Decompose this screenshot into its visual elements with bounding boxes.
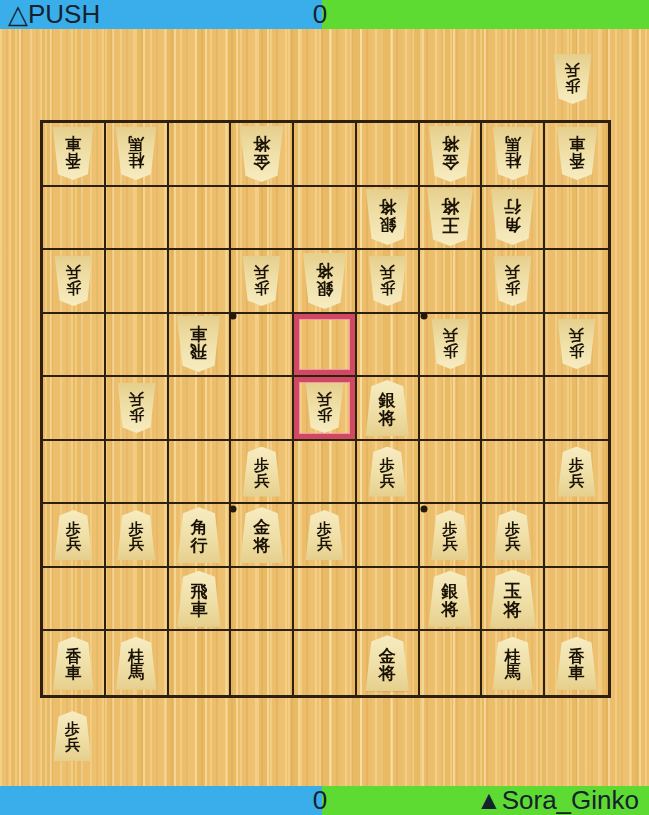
piece-sente-bishop[interactable]: 角行	[175, 507, 222, 563]
square-9i[interactable]: 香車	[43, 631, 106, 695]
piece-gote-silver[interactable]: 銀将	[364, 189, 411, 245]
square-5b[interactable]	[294, 187, 357, 251]
square-4b[interactable]: 銀将	[357, 187, 420, 251]
square-6d[interactable]	[231, 314, 294, 378]
square-4f[interactable]: 歩兵	[357, 441, 420, 505]
square-7a[interactable]	[169, 123, 232, 187]
star-point	[230, 313, 237, 320]
square-8c[interactable]	[106, 250, 169, 314]
piece-gote-gold[interactable]: 金将	[238, 126, 285, 182]
piece-sente-gold[interactable]: 金将	[238, 507, 285, 563]
piece-gote-pawn[interactable]: 歩兵	[492, 256, 533, 306]
square-4e[interactable]: 銀将	[357, 377, 420, 441]
square-4c[interactable]: 歩兵	[357, 250, 420, 314]
square-1a[interactable]: 香車	[545, 123, 608, 187]
square-5e[interactable]: 歩兵	[294, 377, 357, 441]
piece-gote-gold[interactable]: 金将	[427, 126, 474, 182]
square-2b[interactable]: 角行	[482, 187, 545, 251]
square-8h[interactable]	[106, 568, 169, 632]
square-5a[interactable]	[294, 123, 357, 187]
square-1i[interactable]: 香車	[545, 631, 608, 695]
square-1c[interactable]	[545, 250, 608, 314]
piece-sente-pawn[interactable]: 歩兵	[304, 510, 345, 560]
square-5c[interactable]: 銀将	[294, 250, 357, 314]
square-9g[interactable]: 歩兵	[43, 504, 106, 568]
piece-gote-knight[interactable]: 桂馬	[114, 127, 158, 180]
square-6g[interactable]: 金将	[231, 504, 294, 568]
square-4a[interactable]	[357, 123, 420, 187]
square-3e[interactable]	[420, 377, 483, 441]
piece-gote-lance[interactable]: 香車	[555, 127, 599, 180]
piece-gote-bishop[interactable]: 角行	[489, 189, 536, 245]
piece-sente-gold[interactable]: 金将	[364, 635, 411, 691]
square-2a[interactable]: 桂馬	[482, 123, 545, 187]
piece-sente-pawn[interactable]: 歩兵	[116, 510, 157, 560]
piece-gote-pawn[interactable]: 歩兵	[367, 256, 408, 306]
square-6a[interactable]: 金将	[231, 123, 294, 187]
gote-player-name: △PUSH	[8, 0, 100, 29]
piece-sente-lance[interactable]: 香車	[51, 637, 95, 690]
square-9c[interactable]: 歩兵	[43, 250, 106, 314]
square-9h[interactable]	[43, 568, 106, 632]
square-7i[interactable]	[169, 631, 232, 695]
square-3a[interactable]: 金将	[420, 123, 483, 187]
shogi-app: △PUSH 0 香車桂馬金将金将桂馬香車銀将王将角行歩兵歩兵銀将歩兵歩兵飛車歩兵…	[0, 0, 649, 815]
square-2d[interactable]	[482, 314, 545, 378]
square-4g[interactable]	[357, 504, 420, 568]
piece-gote-pawn[interactable]: 歩兵	[116, 383, 157, 433]
square-8e[interactable]: 歩兵	[106, 377, 169, 441]
star-point	[421, 506, 428, 513]
square-5g[interactable]: 歩兵	[294, 504, 357, 568]
square-6h[interactable]	[231, 568, 294, 632]
square-7e[interactable]	[169, 377, 232, 441]
square-6c[interactable]: 歩兵	[231, 250, 294, 314]
piece-gote-rook[interactable]: 飛車	[175, 316, 222, 372]
square-3c[interactable]	[420, 250, 483, 314]
square-4h[interactable]	[357, 568, 420, 632]
star-point	[230, 506, 237, 513]
square-7h[interactable]: 飛車	[169, 568, 232, 632]
square-8b[interactable]	[106, 187, 169, 251]
piece-sente-lance[interactable]: 香車	[555, 637, 599, 690]
square-9a[interactable]: 香車	[43, 123, 106, 187]
square-9f[interactable]	[43, 441, 106, 505]
square-6f[interactable]: 歩兵	[231, 441, 294, 505]
square-9e[interactable]	[43, 377, 106, 441]
square-2f[interactable]	[482, 441, 545, 505]
square-7f[interactable]	[169, 441, 232, 505]
piece-sente-silver[interactable]: 銀将	[427, 571, 474, 627]
sente-score-value: 0	[313, 786, 327, 815]
piece-sente-silver[interactable]: 銀将	[364, 380, 411, 436]
square-6i[interactable]	[231, 631, 294, 695]
square-5d[interactable]	[294, 314, 357, 378]
piece-sente-pawn[interactable]: 歩兵	[53, 510, 94, 560]
square-8g[interactable]: 歩兵	[106, 504, 169, 568]
square-1e[interactable]	[545, 377, 608, 441]
square-3h[interactable]: 銀将	[420, 568, 483, 632]
piece-gote-pawn[interactable]: 歩兵	[304, 383, 345, 433]
piece-sente-king[interactable]: 玉将	[488, 570, 538, 628]
square-1h[interactable]	[545, 568, 608, 632]
piece-sente-pawn[interactable]: 歩兵	[367, 447, 408, 497]
gote-bar-green-segment	[322, 0, 649, 29]
piece-sente-pawn[interactable]: 歩兵	[492, 510, 533, 560]
piece-sente-pawn[interactable]: 歩兵	[556, 447, 597, 497]
piece-sente-pawn[interactable]: 歩兵	[430, 510, 471, 560]
square-9d[interactable]	[43, 314, 106, 378]
square-6b[interactable]	[231, 187, 294, 251]
piece-gote-king[interactable]: 王将	[425, 188, 475, 246]
hand-piece-gote-pawn[interactable]: 歩兵	[552, 54, 593, 104]
piece-sente-knight[interactable]: 桂馬	[491, 637, 535, 690]
square-2h[interactable]: 玉将	[482, 568, 545, 632]
square-6e[interactable]	[231, 377, 294, 441]
square-2g[interactable]: 歩兵	[482, 504, 545, 568]
piece-sente-knight[interactable]: 桂馬	[114, 637, 158, 690]
piece-sente-rook[interactable]: 飛車	[175, 571, 222, 627]
square-5f[interactable]	[294, 441, 357, 505]
piece-gote-pawn[interactable]: 歩兵	[53, 256, 94, 306]
sente-player-name: ▲Sora_Ginko	[476, 786, 639, 815]
square-4i[interactable]: 金将	[357, 631, 420, 695]
square-5i[interactable]	[294, 631, 357, 695]
hand-piece-sente-pawn[interactable]: 歩兵	[52, 711, 93, 761]
star-point	[421, 313, 428, 320]
sente-bar-blue-segment	[0, 786, 322, 815]
square-7d[interactable]: 飛車	[169, 314, 232, 378]
square-2e[interactable]	[482, 377, 545, 441]
piece-gote-silver[interactable]: 銀将	[301, 253, 348, 309]
square-9b[interactable]	[43, 187, 106, 251]
square-4d[interactable]	[357, 314, 420, 378]
square-7b[interactable]	[169, 187, 232, 251]
square-2c[interactable]: 歩兵	[482, 250, 545, 314]
square-3d[interactable]: 歩兵	[420, 314, 483, 378]
square-1g[interactable]	[545, 504, 608, 568]
square-8a[interactable]: 桂馬	[106, 123, 169, 187]
piece-gote-knight[interactable]: 桂馬	[491, 127, 535, 180]
gote-score-value: 0	[313, 0, 327, 29]
square-7c[interactable]	[169, 250, 232, 314]
square-1d[interactable]: 歩兵	[545, 314, 608, 378]
square-7g[interactable]: 角行	[169, 504, 232, 568]
square-3i[interactable]	[420, 631, 483, 695]
piece-gote-pawn[interactable]: 歩兵	[430, 319, 471, 369]
square-3f[interactable]	[420, 441, 483, 505]
square-2i[interactable]: 桂馬	[482, 631, 545, 695]
piece-gote-lance[interactable]: 香車	[51, 127, 95, 180]
piece-gote-pawn[interactable]: 歩兵	[556, 319, 597, 369]
shogi-board: 香車桂馬金将金将桂馬香車銀将王将角行歩兵歩兵銀将歩兵歩兵飛車歩兵歩兵歩兵歩兵銀将…	[40, 120, 611, 698]
piece-gote-pawn[interactable]: 歩兵	[241, 256, 282, 306]
piece-sente-pawn[interactable]: 歩兵	[241, 447, 282, 497]
square-3b[interactable]: 王将	[420, 187, 483, 251]
square-8d[interactable]	[106, 314, 169, 378]
square-5h[interactable]	[294, 568, 357, 632]
square-8f[interactable]	[106, 441, 169, 505]
square-1f[interactable]: 歩兵	[545, 441, 608, 505]
square-8i[interactable]: 桂馬	[106, 631, 169, 695]
square-3g[interactable]: 歩兵	[420, 504, 483, 568]
square-1b[interactable]	[545, 187, 608, 251]
